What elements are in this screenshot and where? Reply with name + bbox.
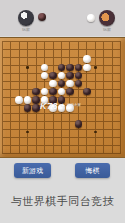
- board-intersection[interactable]: [15, 136, 24, 144]
- board-intersection[interactable]: [108, 47, 117, 55]
- board-intersection[interactable]: [117, 88, 125, 96]
- board-intersection[interactable]: [117, 55, 125, 63]
- star-point: [94, 131, 96, 133]
- board-intersection[interactable]: [32, 152, 41, 160]
- star-point: [26, 131, 28, 133]
- board-intersection[interactable]: [66, 63, 75, 71]
- board-intersection[interactable]: [6, 136, 15, 144]
- board-intersection[interactable]: [40, 112, 49, 120]
- board-intersection[interactable]: [66, 88, 75, 96]
- board-intersection[interactable]: [74, 144, 83, 152]
- black-stone-indicator: [38, 13, 46, 21]
- watermark-star-icon: ✦: [60, 102, 66, 110]
- white-stone: [15, 96, 23, 104]
- board-intersection[interactable]: [91, 144, 100, 152]
- board-intersection[interactable]: [32, 63, 41, 71]
- board-intersection[interactable]: [91, 96, 100, 104]
- board-intersection[interactable]: [32, 104, 41, 112]
- board-intersection[interactable]: [108, 136, 117, 144]
- board-intersection[interactable]: [23, 128, 32, 136]
- board-intersection[interactable]: [91, 55, 100, 63]
- board-intersection[interactable]: [74, 112, 83, 120]
- board-intersection[interactable]: [57, 120, 66, 128]
- board-intersection[interactable]: [117, 136, 125, 144]
- black-stone: [75, 120, 83, 128]
- board-intersection[interactable]: [91, 112, 100, 120]
- board-intersection[interactable]: [83, 128, 92, 136]
- board-intersection[interactable]: [108, 128, 117, 136]
- board-intersection[interactable]: [40, 136, 49, 144]
- board-intersection[interactable]: [40, 144, 49, 152]
- board-intersection[interactable]: [15, 96, 24, 104]
- board-intersection[interactable]: [40, 63, 49, 71]
- board-intersection[interactable]: [108, 71, 117, 79]
- board-intersection[interactable]: [57, 39, 66, 47]
- board-intersection[interactable]: [117, 63, 125, 71]
- board-intersection[interactable]: [49, 71, 58, 79]
- white-stone: [49, 80, 57, 88]
- board-intersection[interactable]: [74, 39, 83, 47]
- board-intersection[interactable]: [15, 80, 24, 88]
- board-intersection[interactable]: [83, 96, 92, 104]
- board-intersection[interactable]: [49, 39, 58, 47]
- board-intersection[interactable]: [49, 55, 58, 63]
- gomoku-app-screen: 玩家 玩家 K73 ✦ 游戏之家 新游戏 悔棋 与世界棋手同台竞技: [0, 0, 125, 223]
- board-intersection[interactable]: [49, 88, 58, 96]
- board-intersection[interactable]: [100, 47, 109, 55]
- board-intersection[interactable]: [23, 104, 32, 112]
- board-intersection[interactable]: [108, 120, 117, 128]
- board-intersection[interactable]: [74, 136, 83, 144]
- white-stone: [58, 88, 66, 96]
- board-intersection[interactable]: [49, 144, 58, 152]
- board-intersection[interactable]: [49, 120, 58, 128]
- board-intersection[interactable]: [108, 112, 117, 120]
- board-intersection[interactable]: [100, 80, 109, 88]
- black-stone: [24, 104, 32, 112]
- white-stone: [83, 55, 91, 63]
- board-intersection[interactable]: [100, 39, 109, 47]
- star-point: [94, 66, 96, 68]
- board-intersection[interactable]: [100, 144, 109, 152]
- board-intersection[interactable]: [6, 144, 15, 152]
- player-bar: 玩家 玩家: [0, 0, 125, 36]
- board-intersection[interactable]: [15, 144, 24, 152]
- board-intersection[interactable]: [91, 47, 100, 55]
- board-intersection[interactable]: [23, 88, 32, 96]
- board-intersection[interactable]: [40, 88, 49, 96]
- board-intersection[interactable]: [108, 88, 117, 96]
- board-intersection[interactable]: [40, 47, 49, 55]
- board-intersection[interactable]: [100, 152, 109, 160]
- board-intersection[interactable]: [32, 39, 41, 47]
- board-intersection[interactable]: [40, 71, 49, 79]
- board-intersection[interactable]: [49, 47, 58, 55]
- board-intersection[interactable]: [32, 71, 41, 79]
- board-intersection[interactable]: [23, 80, 32, 88]
- board-intersection[interactable]: [49, 112, 58, 120]
- board-intersection[interactable]: [66, 71, 75, 79]
- board-intersection[interactable]: [23, 120, 32, 128]
- board-intersection[interactable]: [15, 47, 24, 55]
- board-intersection[interactable]: [74, 63, 83, 71]
- board-intersection[interactable]: [40, 39, 49, 47]
- board-intersection[interactable]: [40, 128, 49, 136]
- board-intersection[interactable]: [83, 152, 92, 160]
- board-intersection[interactable]: [49, 152, 58, 160]
- board-intersection[interactable]: [23, 136, 32, 144]
- board-intersection[interactable]: [15, 112, 24, 120]
- board-intersection[interactable]: [91, 152, 100, 160]
- board-intersection[interactable]: [6, 152, 15, 160]
- board-intersection[interactable]: [15, 71, 24, 79]
- board-intersection[interactable]: [100, 128, 109, 136]
- board-intersection[interactable]: [40, 120, 49, 128]
- board-intersection[interactable]: [23, 71, 32, 79]
- board-intersection[interactable]: [117, 96, 125, 104]
- board-intersection[interactable]: [57, 80, 66, 88]
- board-intersection[interactable]: [108, 55, 117, 63]
- board-intersection[interactable]: [100, 88, 109, 96]
- new-game-button[interactable]: 新游戏: [14, 163, 51, 178]
- black-stone: [58, 80, 66, 88]
- board-intersection[interactable]: [91, 128, 100, 136]
- board-intersection[interactable]: [117, 128, 125, 136]
- board-intersection[interactable]: [100, 96, 109, 104]
- gomoku-board[interactable]: K73 ✦ 游戏之家: [0, 37, 125, 158]
- board-intersection[interactable]: [6, 128, 15, 136]
- board-intersection[interactable]: [83, 136, 92, 144]
- board-intersection[interactable]: [15, 88, 24, 96]
- board-intersection[interactable]: [108, 144, 117, 152]
- board-intersection[interactable]: [100, 104, 109, 112]
- board-intersection[interactable]: [100, 63, 109, 71]
- board-intersection[interactable]: [83, 71, 92, 79]
- board-intersection[interactable]: [117, 104, 125, 112]
- board-intersection[interactable]: [40, 80, 49, 88]
- board-intersection[interactable]: [66, 152, 75, 160]
- board-intersection[interactable]: [108, 96, 117, 104]
- board-intersection[interactable]: [23, 152, 32, 160]
- board-intersection[interactable]: [23, 144, 32, 152]
- black-stone: [58, 64, 66, 72]
- board-intersection[interactable]: [66, 144, 75, 152]
- board-intersection[interactable]: [74, 128, 83, 136]
- white-stone: [66, 80, 74, 88]
- board-intersection[interactable]: [91, 88, 100, 96]
- board-intersection[interactable]: [117, 120, 125, 128]
- white-stone: [58, 72, 66, 80]
- black-stone: [75, 72, 83, 80]
- board-intersection[interactable]: [74, 47, 83, 55]
- board-intersection[interactable]: [57, 71, 66, 79]
- board-intersection[interactable]: [6, 63, 15, 71]
- tagline: 与世界棋手同台竞技: [0, 194, 125, 209]
- board-intersection[interactable]: [66, 39, 75, 47]
- board-intersection[interactable]: [108, 152, 117, 160]
- board-intersection[interactable]: [23, 96, 32, 104]
- board-intersection[interactable]: [15, 39, 24, 47]
- board-intersection[interactable]: [117, 39, 125, 47]
- board-intersection[interactable]: [117, 80, 125, 88]
- black-stone: [66, 64, 74, 72]
- board-intersection[interactable]: [57, 128, 66, 136]
- board-intersection[interactable]: [32, 80, 41, 88]
- board-intersection[interactable]: [49, 63, 58, 71]
- white-stone: [41, 88, 49, 96]
- left-player-name: 玩家: [14, 28, 38, 32]
- board-intersection[interactable]: [108, 63, 117, 71]
- board-intersection[interactable]: [117, 71, 125, 79]
- board-intersection[interactable]: [100, 136, 109, 144]
- board-intersection[interactable]: [15, 120, 24, 128]
- black-stone: [83, 88, 91, 96]
- board-intersection[interactable]: [100, 120, 109, 128]
- right-player-avatar[interactable]: [99, 10, 115, 26]
- board-intersection[interactable]: [83, 55, 92, 63]
- board-intersection[interactable]: [57, 47, 66, 55]
- board-intersection[interactable]: [66, 47, 75, 55]
- board-intersection[interactable]: [117, 152, 125, 160]
- board-intersection[interactable]: [91, 71, 100, 79]
- right-player-name: 玩家: [95, 28, 119, 32]
- board-stone-layer: [0, 39, 125, 161]
- board-intersection[interactable]: [66, 80, 75, 88]
- board-intersection[interactable]: [23, 112, 32, 120]
- board-intersection[interactable]: [49, 128, 58, 136]
- board-intersection[interactable]: [83, 39, 92, 47]
- board-intersection[interactable]: [74, 152, 83, 160]
- board-intersection[interactable]: [83, 112, 92, 120]
- board-intersection[interactable]: [66, 112, 75, 120]
- board-intersection[interactable]: [57, 63, 66, 71]
- board-intersection[interactable]: [6, 80, 15, 88]
- board-intersection[interactable]: [6, 104, 15, 112]
- undo-button[interactable]: 悔棋: [75, 163, 110, 178]
- board-intersection[interactable]: [15, 128, 24, 136]
- board-intersection[interactable]: [83, 80, 92, 88]
- board-intersection[interactable]: [66, 55, 75, 63]
- board-intersection[interactable]: [6, 120, 15, 128]
- white-stone: [24, 96, 32, 104]
- board-intersection[interactable]: [6, 112, 15, 120]
- board-intersection[interactable]: [83, 47, 92, 55]
- board-intersection[interactable]: [32, 128, 41, 136]
- board-intersection[interactable]: [108, 104, 117, 112]
- black-stone: [32, 88, 40, 96]
- board-intersection[interactable]: [15, 152, 24, 160]
- black-stone: [66, 88, 74, 96]
- board-intersection[interactable]: [74, 80, 83, 88]
- board-intersection[interactable]: [15, 63, 24, 71]
- board-intersection[interactable]: [83, 104, 92, 112]
- black-stone: [32, 96, 40, 104]
- board-intersection[interactable]: [83, 120, 92, 128]
- black-stone: [66, 72, 74, 80]
- board-intersection[interactable]: [91, 120, 100, 128]
- watermark-brand: K73: [40, 101, 58, 111]
- board-intersection[interactable]: [49, 136, 58, 144]
- star-point: [26, 66, 28, 68]
- board-intersection[interactable]: [108, 39, 117, 47]
- black-stone: [75, 80, 83, 88]
- board-intersection[interactable]: [32, 55, 41, 63]
- board-intersection[interactable]: [100, 55, 109, 63]
- watermark-site: 游戏之家: [67, 104, 81, 108]
- board-intersection[interactable]: [6, 47, 15, 55]
- black-stone: [32, 104, 40, 112]
- board-intersection[interactable]: [6, 55, 15, 63]
- board-intersection[interactable]: [66, 120, 75, 128]
- board-intersection[interactable]: [91, 80, 100, 88]
- board-intersection[interactable]: [15, 55, 24, 63]
- board-intersection[interactable]: [32, 47, 41, 55]
- board-intersection[interactable]: [32, 144, 41, 152]
- board-intersection[interactable]: [74, 88, 83, 96]
- board-intersection[interactable]: [32, 120, 41, 128]
- board-intersection[interactable]: [117, 144, 125, 152]
- board-intersection[interactable]: [32, 96, 41, 104]
- board-intersection[interactable]: [117, 112, 125, 120]
- black-stone: [49, 88, 57, 96]
- watermark: K73 ✦ 游戏之家: [40, 101, 81, 111]
- white-stone: [41, 72, 49, 80]
- board-intersection[interactable]: [6, 96, 15, 104]
- board-intersection[interactable]: [6, 39, 15, 47]
- white-stone: [83, 64, 91, 72]
- board-intersection[interactable]: [100, 71, 109, 79]
- board-intersection[interactable]: [117, 47, 125, 55]
- board-intersection[interactable]: [83, 88, 92, 96]
- board-intersection[interactable]: [40, 55, 49, 63]
- board-intersection[interactable]: [57, 55, 66, 63]
- white-stone: [41, 64, 49, 72]
- board-intersection[interactable]: [57, 144, 66, 152]
- black-stone: [49, 72, 57, 80]
- board-intersection[interactable]: [74, 55, 83, 63]
- board-intersection[interactable]: [91, 63, 100, 71]
- white-stone-indicator: [87, 14, 95, 22]
- board-intersection[interactable]: [23, 63, 32, 71]
- left-player-avatar[interactable]: [18, 10, 34, 26]
- board-intersection[interactable]: [91, 104, 100, 112]
- board-intersection[interactable]: [49, 80, 58, 88]
- board-intersection[interactable]: [83, 144, 92, 152]
- board-intersection[interactable]: [74, 120, 83, 128]
- board-intersection[interactable]: [32, 88, 41, 96]
- board-intersection[interactable]: [83, 63, 92, 71]
- board-intersection[interactable]: [66, 136, 75, 144]
- board-intersection[interactable]: [100, 112, 109, 120]
- board-intersection[interactable]: [32, 112, 41, 120]
- board-intersection[interactable]: [74, 71, 83, 79]
- board-intersection[interactable]: [6, 71, 15, 79]
- board-intersection[interactable]: [91, 39, 100, 47]
- board-intersection[interactable]: [108, 80, 117, 88]
- board-intersection[interactable]: [57, 136, 66, 144]
- board-intersection[interactable]: [91, 136, 100, 144]
- board-intersection[interactable]: [15, 104, 24, 112]
- board-intersection[interactable]: [23, 55, 32, 63]
- board-intersection[interactable]: [57, 112, 66, 120]
- board-intersection[interactable]: [6, 88, 15, 96]
- board-intersection[interactable]: [57, 152, 66, 160]
- black-stone: [75, 64, 83, 72]
- board-intersection[interactable]: [32, 136, 41, 144]
- board-intersection[interactable]: [66, 128, 75, 136]
- board-intersection[interactable]: [57, 88, 66, 96]
- board-intersection[interactable]: [40, 152, 49, 160]
- board-intersection[interactable]: [23, 39, 32, 47]
- board-intersection[interactable]: [23, 47, 32, 55]
